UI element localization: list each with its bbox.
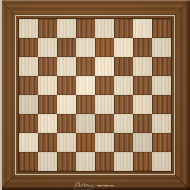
square-e5[interactable] bbox=[95, 76, 114, 95]
square-c8[interactable] bbox=[57, 19, 76, 38]
square-e4[interactable] bbox=[95, 95, 114, 114]
square-c6[interactable] bbox=[57, 57, 76, 76]
frame-rail-bottom bbox=[0, 175, 190, 190]
square-f4[interactable] bbox=[114, 95, 133, 114]
square-d3[interactable] bbox=[76, 114, 95, 133]
square-g1[interactable] bbox=[133, 152, 152, 171]
square-d2[interactable] bbox=[76, 133, 95, 152]
square-b1[interactable] bbox=[38, 152, 57, 171]
square-b6[interactable] bbox=[38, 57, 57, 76]
square-d6[interactable] bbox=[76, 57, 95, 76]
square-b5[interactable] bbox=[38, 76, 57, 95]
square-d5[interactable] bbox=[76, 76, 95, 95]
square-b4[interactable] bbox=[38, 95, 57, 114]
square-h5[interactable] bbox=[152, 76, 171, 95]
square-e8[interactable] bbox=[95, 19, 114, 38]
square-d8[interactable] bbox=[76, 19, 95, 38]
square-g6[interactable] bbox=[133, 57, 152, 76]
square-f7[interactable] bbox=[114, 38, 133, 57]
square-f1[interactable] bbox=[114, 152, 133, 171]
square-f5[interactable] bbox=[114, 76, 133, 95]
square-d4[interactable] bbox=[76, 95, 95, 114]
square-e2[interactable] bbox=[95, 133, 114, 152]
square-c4[interactable] bbox=[57, 95, 76, 114]
square-h6[interactable] bbox=[152, 57, 171, 76]
playing-field bbox=[18, 18, 172, 172]
square-a6[interactable] bbox=[19, 57, 38, 76]
square-e7[interactable] bbox=[95, 38, 114, 57]
square-g8[interactable] bbox=[133, 19, 152, 38]
square-a4[interactable] bbox=[19, 95, 38, 114]
square-c5[interactable] bbox=[57, 76, 76, 95]
square-a2[interactable] bbox=[19, 133, 38, 152]
square-f3[interactable] bbox=[114, 114, 133, 133]
square-e3[interactable] bbox=[95, 114, 114, 133]
square-d1[interactable] bbox=[76, 152, 95, 171]
square-e1[interactable] bbox=[95, 152, 114, 171]
square-a7[interactable] bbox=[19, 38, 38, 57]
frame-rail-left bbox=[0, 0, 15, 190]
square-a5[interactable] bbox=[19, 76, 38, 95]
square-g2[interactable] bbox=[133, 133, 152, 152]
square-f2[interactable] bbox=[114, 133, 133, 152]
maple-inlay-border bbox=[15, 15, 175, 175]
square-h4[interactable] bbox=[152, 95, 171, 114]
square-f8[interactable] bbox=[114, 19, 133, 38]
square-a3[interactable] bbox=[19, 114, 38, 133]
frame-rail-top bbox=[0, 0, 190, 15]
square-c3[interactable] bbox=[57, 114, 76, 133]
square-b2[interactable] bbox=[38, 133, 57, 152]
square-g3[interactable] bbox=[133, 114, 152, 133]
frame-rail-right bbox=[175, 0, 190, 190]
square-h3[interactable] bbox=[152, 114, 171, 133]
square-f6[interactable] bbox=[114, 57, 133, 76]
square-a8[interactable] bbox=[19, 19, 38, 38]
square-c2[interactable] bbox=[57, 133, 76, 152]
square-h2[interactable] bbox=[152, 133, 171, 152]
square-b3[interactable] bbox=[38, 114, 57, 133]
square-h7[interactable] bbox=[152, 38, 171, 57]
square-c1[interactable] bbox=[57, 152, 76, 171]
square-g5[interactable] bbox=[133, 76, 152, 95]
square-e6[interactable] bbox=[95, 57, 114, 76]
square-c7[interactable] bbox=[57, 38, 76, 57]
square-b7[interactable] bbox=[38, 38, 57, 57]
square-g4[interactable] bbox=[133, 95, 152, 114]
chess-board bbox=[0, 0, 190, 190]
square-b8[interactable] bbox=[38, 19, 57, 38]
square-h8[interactable] bbox=[152, 19, 171, 38]
square-a1[interactable] bbox=[19, 152, 38, 171]
square-h1[interactable] bbox=[152, 152, 171, 171]
square-g7[interactable] bbox=[133, 38, 152, 57]
square-d7[interactable] bbox=[76, 38, 95, 57]
